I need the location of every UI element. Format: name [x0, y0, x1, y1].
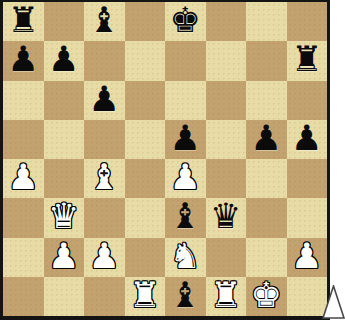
square-e3[interactable]: ♝	[165, 198, 206, 237]
piece-black-rook-h7[interactable]: ♜	[291, 42, 322, 77]
square-d8[interactable]	[125, 2, 166, 41]
square-g6[interactable]	[246, 81, 287, 120]
square-h1[interactable]	[287, 277, 328, 316]
piece-white-pawn-h2[interactable]: ♟	[291, 239, 322, 274]
square-g2[interactable]	[246, 238, 287, 277]
square-b3[interactable]: ♛	[44, 198, 85, 237]
piece-white-queen-b3[interactable]: ♛	[48, 199, 79, 234]
piece-black-pawn-b7[interactable]: ♟	[48, 42, 79, 77]
board-frame: ♜♝♚♟♟♜♟♟♟♟♟♝♟♛♝♛♟♟♞♟♜♝♜♚	[0, 0, 330, 320]
square-a3[interactable]	[3, 198, 44, 237]
square-g3[interactable]	[246, 198, 287, 237]
square-f4[interactable]	[206, 159, 247, 198]
square-d7[interactable]	[125, 41, 166, 80]
piece-white-pawn-c2[interactable]: ♟	[89, 239, 120, 274]
square-e5[interactable]: ♟	[165, 120, 206, 159]
piece-black-king-e8[interactable]: ♚	[170, 3, 201, 38]
square-e7[interactable]	[165, 41, 206, 80]
square-g7[interactable]	[246, 41, 287, 80]
square-a2[interactable]	[3, 238, 44, 277]
square-g1[interactable]: ♚	[246, 277, 287, 316]
square-b2[interactable]: ♟	[44, 238, 85, 277]
piece-black-pawn-g5[interactable]: ♟	[251, 121, 282, 156]
piece-black-pawn-h5[interactable]: ♟	[291, 121, 322, 156]
square-c2[interactable]: ♟	[84, 238, 125, 277]
square-c7[interactable]	[84, 41, 125, 80]
piece-white-pawn-a4[interactable]: ♟	[8, 160, 39, 195]
square-c8[interactable]: ♝	[84, 2, 125, 41]
square-h4[interactable]	[287, 159, 328, 198]
square-a6[interactable]	[3, 81, 44, 120]
square-c3[interactable]	[84, 198, 125, 237]
square-f3[interactable]: ♛	[206, 198, 247, 237]
piece-black-pawn-a7[interactable]: ♟	[8, 42, 39, 77]
square-f7[interactable]	[206, 41, 247, 80]
square-c5[interactable]	[84, 120, 125, 159]
square-e8[interactable]: ♚	[165, 2, 206, 41]
piece-black-bishop-e3[interactable]: ♝	[170, 199, 201, 234]
square-e2[interactable]: ♞	[165, 238, 206, 277]
piece-white-bishop-c4[interactable]: ♝	[89, 160, 120, 195]
square-b6[interactable]	[44, 81, 85, 120]
piece-black-bishop-e1[interactable]: ♝	[170, 278, 201, 313]
piece-black-queen-f3[interactable]: ♛	[210, 199, 241, 234]
square-d1[interactable]: ♜	[125, 277, 166, 316]
square-b1[interactable]	[44, 277, 85, 316]
square-g4[interactable]	[246, 159, 287, 198]
square-b4[interactable]	[44, 159, 85, 198]
chess-diagram: ♜♝♚♟♟♜♟♟♟♟♟♝♟♛♝♛♟♟♞♟♜♝♜♚	[0, 0, 345, 320]
piece-white-rook-d1[interactable]: ♜	[129, 278, 160, 313]
piece-black-pawn-c6[interactable]: ♟	[89, 82, 120, 117]
square-f8[interactable]	[206, 2, 247, 41]
square-c4[interactable]: ♝	[84, 159, 125, 198]
piece-white-pawn-b2[interactable]: ♟	[48, 239, 79, 274]
piece-black-pawn-e5[interactable]: ♟	[170, 121, 201, 156]
square-d5[interactable]	[125, 120, 166, 159]
square-g5[interactable]: ♟	[246, 120, 287, 159]
piece-white-knight-e2[interactable]: ♞	[170, 239, 201, 274]
square-a7[interactable]: ♟	[3, 41, 44, 80]
square-e4[interactable]: ♟	[165, 159, 206, 198]
square-h5[interactable]: ♟	[287, 120, 328, 159]
square-c6[interactable]: ♟	[84, 81, 125, 120]
square-h3[interactable]	[287, 198, 328, 237]
square-e1[interactable]: ♝	[165, 277, 206, 316]
white-to-move-triangle	[323, 286, 344, 318]
square-d4[interactable]	[125, 159, 166, 198]
square-f5[interactable]	[206, 120, 247, 159]
piece-black-rook-a8[interactable]: ♜	[8, 3, 39, 38]
chess-board: ♜♝♚♟♟♜♟♟♟♟♟♝♟♛♝♛♟♟♞♟♜♝♜♚	[3, 2, 327, 316]
square-f6[interactable]	[206, 81, 247, 120]
square-c1[interactable]	[84, 277, 125, 316]
square-a5[interactable]	[3, 120, 44, 159]
white-to-move-icon	[322, 285, 345, 319]
square-a8[interactable]: ♜	[3, 2, 44, 41]
piece-black-bishop-c8[interactable]: ♝	[89, 3, 120, 38]
square-a4[interactable]: ♟	[3, 159, 44, 198]
square-e6[interactable]	[165, 81, 206, 120]
square-b8[interactable]	[44, 2, 85, 41]
square-b7[interactable]: ♟	[44, 41, 85, 80]
square-h6[interactable]	[287, 81, 328, 120]
square-g8[interactable]	[246, 2, 287, 41]
piece-white-rook-f1[interactable]: ♜	[210, 278, 241, 313]
square-h7[interactable]: ♜	[287, 41, 328, 80]
piece-white-pawn-e4[interactable]: ♟	[170, 160, 201, 195]
square-d3[interactable]	[125, 198, 166, 237]
piece-white-king-g1[interactable]: ♚	[251, 278, 282, 313]
square-h8[interactable]	[287, 2, 328, 41]
square-f2[interactable]	[206, 238, 247, 277]
square-b5[interactable]	[44, 120, 85, 159]
square-d2[interactable]	[125, 238, 166, 277]
square-a1[interactable]	[3, 277, 44, 316]
square-h2[interactable]: ♟	[287, 238, 328, 277]
square-f1[interactable]: ♜	[206, 277, 247, 316]
square-d6[interactable]	[125, 81, 166, 120]
